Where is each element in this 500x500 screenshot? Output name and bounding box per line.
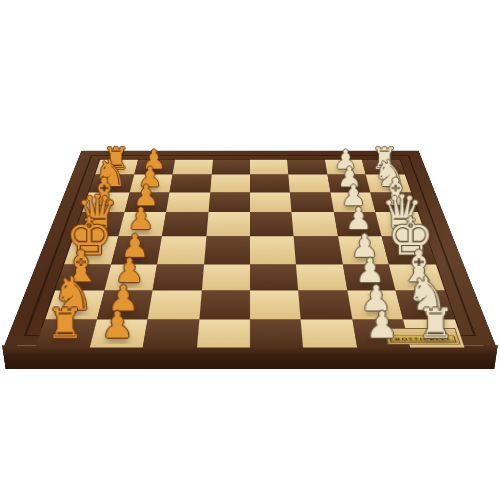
square-r1c3[interactable] — [210, 174, 250, 192]
square-r4c2[interactable] — [157, 236, 206, 264]
square-r3c3[interactable] — [206, 212, 250, 236]
square-r6c2[interactable] — [148, 290, 202, 319]
square-r0c5[interactable] — [287, 160, 327, 175]
white-pawn[interactable]: ♟ — [366, 307, 399, 344]
square-r0c4[interactable] — [250, 160, 289, 175]
square-r0c2[interactable] — [173, 160, 213, 175]
square-r6c4[interactable] — [250, 290, 301, 319]
board-front-edge — [2, 345, 498, 369]
square-r4c3[interactable] — [204, 236, 250, 264]
square-r3c5[interactable] — [292, 212, 338, 236]
board-frame: ♜♟♟♜♞♟♟♞♝♟♟♝♛♟♟♛♚♟♟♚♝♟♟♝♞♟♟♞♜♟♟♜ BOTTICE… — [4, 151, 495, 346]
square-r5c5[interactable] — [296, 265, 347, 291]
square-r2c4[interactable] — [250, 193, 292, 212]
square-r4c4[interactable] — [250, 236, 296, 264]
square-r2c2[interactable] — [166, 193, 209, 212]
square-r7c3[interactable] — [197, 320, 250, 348]
square-r7c4[interactable] — [250, 320, 303, 348]
square-r6c5[interactable] — [299, 290, 353, 319]
square-r7c2[interactable] — [143, 320, 199, 348]
chess-set-photo: ♜♟♟♜♞♟♟♞♝♟♟♝♛♟♟♛♚♟♟♚♝♟♟♝♞♟♟♞♜♟♟♜ BOTTICE… — [0, 0, 500, 500]
square-r7c1[interactable]: ♟ — [90, 320, 148, 348]
square-r7c0[interactable]: ♜ — [36, 320, 97, 348]
square-r6c3[interactable] — [199, 290, 250, 319]
chessboard: ♜♟♟♜♞♟♟♞♝♟♟♝♛♟♟♛♚♟♟♚♝♟♟♝♞♟♟♞♜♟♟♜ — [42, 160, 457, 328]
square-r7c5[interactable] — [301, 320, 357, 348]
square-r2c5[interactable] — [290, 193, 333, 212]
board-3d: ♜♟♟♜♞♟♟♞♝♟♟♝♛♟♟♛♚♟♟♚♝♟♟♝♞♟♟♞♜♟♟♜ BOTTICE… — [4, 151, 495, 346]
square-r1c4[interactable] — [250, 174, 290, 192]
white-rook[interactable]: ♜ — [417, 302, 454, 343]
square-r3c4[interactable] — [250, 212, 294, 236]
square-r4c5[interactable] — [294, 236, 343, 264]
black-pawn[interactable]: ♟ — [101, 307, 134, 344]
square-r5c4[interactable] — [250, 265, 299, 291]
square-r5c3[interactable] — [201, 265, 250, 291]
square-r1c2[interactable] — [170, 174, 212, 192]
black-rook[interactable]: ♜ — [46, 302, 83, 343]
square-r5c2[interactable] — [153, 265, 204, 291]
square-r2c3[interactable] — [208, 193, 250, 212]
square-r0c3[interactable] — [211, 160, 250, 175]
square-r3c2[interactable] — [162, 212, 208, 236]
square-r1c5[interactable] — [289, 174, 331, 192]
